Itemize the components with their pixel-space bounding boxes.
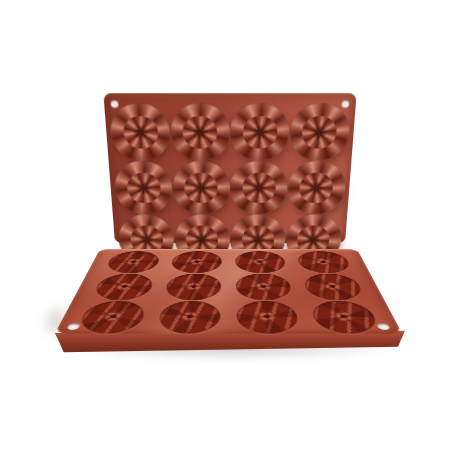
product-photo [0, 0, 454, 454]
swirl-dome [113, 161, 173, 215]
back-mold-dome-grid [109, 103, 352, 243]
swirl-cavity [296, 251, 354, 273]
front-tray-cavity-grid [65, 251, 391, 334]
swirl-dome [230, 103, 290, 161]
back-mold [103, 93, 356, 243]
swirl-cavity [302, 273, 366, 300]
swirl-cavity [310, 301, 383, 334]
swirl-cavity [156, 301, 220, 334]
swirl-dome [289, 103, 351, 161]
swirl-dome [109, 103, 171, 161]
swirl-cavity [235, 251, 287, 273]
swirl-cavity [170, 251, 222, 273]
swirl-cavity [237, 301, 301, 334]
swirl-cavity [75, 301, 148, 334]
swirl-dome [230, 161, 288, 215]
swirl-dome [172, 161, 230, 215]
swirl-cavity [103, 251, 161, 273]
swirl-cavity [236, 273, 294, 300]
swirl-cavity [163, 273, 221, 300]
front-tray [55, 249, 403, 334]
swirl-dome [170, 103, 230, 161]
swirl-cavity [90, 273, 154, 300]
swirl-dome [287, 161, 347, 215]
